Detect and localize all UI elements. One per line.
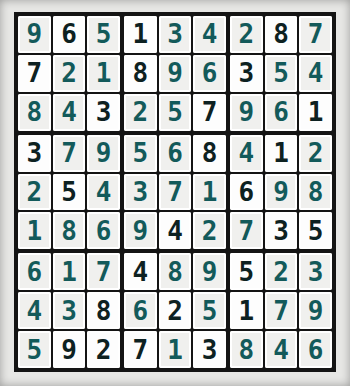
cell-r2c5[interactable]: 9 — [159, 55, 192, 92]
box-3-2: 489625713 — [124, 253, 226, 368]
cell-r1c6[interactable]: 4 — [193, 16, 226, 53]
cell-r2c4[interactable]: 8 — [124, 55, 157, 92]
cell-r9c2[interactable]: 9 — [53, 331, 86, 368]
box-3-1: 617438592 — [18, 253, 120, 368]
cell-r9c9[interactable]: 6 — [299, 331, 332, 368]
cell-r8c1[interactable]: 4 — [18, 292, 51, 329]
cell-r5c1[interactable]: 2 — [18, 174, 51, 211]
cell-r9c7[interactable]: 8 — [230, 331, 263, 368]
cell-r1c7[interactable]: 2 — [230, 16, 263, 53]
cell-r2c2[interactable]: 2 — [53, 55, 86, 92]
cell-r7c6[interactable]: 9 — [193, 253, 226, 290]
box-2-3: 412698735 — [230, 135, 332, 250]
cell-r2c6[interactable]: 6 — [193, 55, 226, 92]
cell-r5c8[interactable]: 9 — [265, 174, 298, 211]
cell-r6c7[interactable]: 7 — [230, 212, 263, 249]
cell-r7c7[interactable]: 5 — [230, 253, 263, 290]
cell-r9c5[interactable]: 1 — [159, 331, 192, 368]
cell-r3c2[interactable]: 4 — [53, 94, 86, 131]
cell-r6c3[interactable]: 6 — [87, 212, 120, 249]
cell-r8c8[interactable]: 7 — [265, 292, 298, 329]
cell-r3c6[interactable]: 7 — [193, 94, 226, 131]
cell-r7c9[interactable]: 3 — [299, 253, 332, 290]
box-2-2: 568371942 — [124, 135, 226, 250]
cell-r5c9[interactable]: 8 — [299, 174, 332, 211]
cell-r3c9[interactable]: 1 — [299, 94, 332, 131]
cell-r2c9[interactable]: 4 — [299, 55, 332, 92]
cell-r6c1[interactable]: 1 — [18, 212, 51, 249]
cell-r8c2[interactable]: 3 — [53, 292, 86, 329]
sudoku-page: 9657218431348962572873549613792541865683… — [0, 0, 350, 386]
cell-r9c3[interactable]: 2 — [87, 331, 120, 368]
cell-r7c8[interactable]: 2 — [265, 253, 298, 290]
cell-r9c1[interactable]: 5 — [18, 331, 51, 368]
cell-r4c8[interactable]: 1 — [265, 135, 298, 172]
cell-r1c9[interactable]: 7 — [299, 16, 332, 53]
cell-r6c6[interactable]: 2 — [193, 212, 226, 249]
cell-r3c3[interactable]: 3 — [87, 94, 120, 131]
cell-r4c5[interactable]: 6 — [159, 135, 192, 172]
cell-r3c8[interactable]: 6 — [265, 94, 298, 131]
cell-r9c8[interactable]: 4 — [265, 331, 298, 368]
box-1-1: 965721843 — [18, 16, 120, 131]
cell-r6c2[interactable]: 8 — [53, 212, 86, 249]
cell-r4c4[interactable]: 5 — [124, 135, 157, 172]
cell-r5c2[interactable]: 5 — [53, 174, 86, 211]
box-3-3: 523179846 — [230, 253, 332, 368]
cell-r8c6[interactable]: 5 — [193, 292, 226, 329]
cell-r4c2[interactable]: 7 — [53, 135, 86, 172]
cell-r5c4[interactable]: 3 — [124, 174, 157, 211]
cell-r1c2[interactable]: 6 — [53, 16, 86, 53]
cell-r3c7[interactable]: 9 — [230, 94, 263, 131]
cell-r9c6[interactable]: 3 — [193, 331, 226, 368]
box-1-2: 134896257 — [124, 16, 226, 131]
cell-r1c1[interactable]: 9 — [18, 16, 51, 53]
cell-r4c3[interactable]: 9 — [87, 135, 120, 172]
cell-r1c4[interactable]: 1 — [124, 16, 157, 53]
cell-r3c4[interactable]: 2 — [124, 94, 157, 131]
cell-r5c7[interactable]: 6 — [230, 174, 263, 211]
cell-r1c3[interactable]: 5 — [87, 16, 120, 53]
cell-r8c4[interactable]: 6 — [124, 292, 157, 329]
cell-r6c8[interactable]: 3 — [265, 212, 298, 249]
box-1-3: 287354961 — [230, 16, 332, 131]
cell-r6c9[interactable]: 5 — [299, 212, 332, 249]
sudoku-board: 9657218431348962572873549613792541865683… — [14, 12, 336, 372]
cell-r2c8[interactable]: 5 — [265, 55, 298, 92]
cell-r2c3[interactable]: 1 — [87, 55, 120, 92]
cell-r8c7[interactable]: 1 — [230, 292, 263, 329]
cell-r7c4[interactable]: 4 — [124, 253, 157, 290]
cell-r5c6[interactable]: 1 — [193, 174, 226, 211]
cell-r3c5[interactable]: 5 — [159, 94, 192, 131]
cell-r4c7[interactable]: 4 — [230, 135, 263, 172]
cell-r4c6[interactable]: 8 — [193, 135, 226, 172]
cell-r7c3[interactable]: 7 — [87, 253, 120, 290]
cell-r8c5[interactable]: 2 — [159, 292, 192, 329]
cell-r9c4[interactable]: 7 — [124, 331, 157, 368]
cell-r1c5[interactable]: 3 — [159, 16, 192, 53]
cell-r8c3[interactable]: 8 — [87, 292, 120, 329]
cell-r2c1[interactable]: 7 — [18, 55, 51, 92]
cell-r3c1[interactable]: 8 — [18, 94, 51, 131]
cell-r7c5[interactable]: 8 — [159, 253, 192, 290]
cell-r5c5[interactable]: 7 — [159, 174, 192, 211]
cell-r1c8[interactable]: 8 — [265, 16, 298, 53]
cell-r8c9[interactable]: 9 — [299, 292, 332, 329]
cell-r4c1[interactable]: 3 — [18, 135, 51, 172]
cell-r2c7[interactable]: 3 — [230, 55, 263, 92]
cell-r5c3[interactable]: 4 — [87, 174, 120, 211]
cell-r7c1[interactable]: 6 — [18, 253, 51, 290]
box-2-1: 379254186 — [18, 135, 120, 250]
cell-r6c4[interactable]: 9 — [124, 212, 157, 249]
cell-r7c2[interactable]: 1 — [53, 253, 86, 290]
cell-r6c5[interactable]: 4 — [159, 212, 192, 249]
cell-r4c9[interactable]: 2 — [299, 135, 332, 172]
